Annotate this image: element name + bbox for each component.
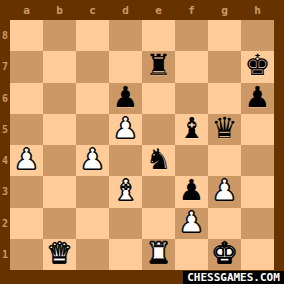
piece-white-pawn: ♟ [212, 176, 238, 205]
square-c2 [76, 208, 109, 239]
square-c7 [76, 51, 109, 82]
rank-label-6: 6 [0, 83, 10, 114]
square-f2: ♟ [175, 208, 208, 239]
file-label-h: h [241, 0, 274, 20]
file-label-e: e [142, 0, 175, 20]
square-h6: ♟ [241, 83, 274, 114]
file-label-c: c [76, 0, 109, 20]
square-b2 [43, 208, 76, 239]
rank-label-5: 5 [0, 114, 10, 145]
square-e7: ♜ [142, 51, 175, 82]
square-e2 [142, 208, 175, 239]
square-d6: ♟ [109, 83, 142, 114]
square-d1 [109, 239, 142, 270]
square-c6 [76, 83, 109, 114]
square-b5 [43, 114, 76, 145]
file-label-d: d [109, 0, 142, 20]
rank-labels: 87654321 [0, 20, 10, 270]
piece-black-pawn: ♟ [245, 83, 271, 112]
file-label-b: b [43, 0, 76, 20]
square-f7 [175, 51, 208, 82]
piece-white-bishop: ♝ [113, 176, 139, 205]
square-d2 [109, 208, 142, 239]
square-d4 [109, 145, 142, 176]
square-h2 [241, 208, 274, 239]
square-e1: ♜ [142, 239, 175, 270]
square-c1 [76, 239, 109, 270]
square-c5 [76, 114, 109, 145]
square-f5: ♝ [175, 114, 208, 145]
square-f6 [175, 83, 208, 114]
square-a7 [10, 51, 43, 82]
square-c4: ♟ [76, 145, 109, 176]
square-a6 [10, 83, 43, 114]
chessgames-watermark: CHESSGAMES.COM [183, 271, 284, 284]
board: ♜♚♟♟♟♝♛♟♟♞♝♟♟♟♛♜♚ [10, 20, 274, 270]
square-a2 [10, 208, 43, 239]
rank-label-4: 4 [0, 145, 10, 176]
rank-label-1: 1 [0, 239, 10, 270]
square-f3: ♟ [175, 176, 208, 207]
square-c3 [76, 176, 109, 207]
rank-label-8: 8 [0, 20, 10, 51]
file-label-a: a [10, 0, 43, 20]
square-g4 [208, 145, 241, 176]
square-d3: ♝ [109, 176, 142, 207]
piece-white-king: ♚ [212, 239, 238, 268]
square-d5: ♟ [109, 114, 142, 145]
square-e6 [142, 83, 175, 114]
square-e5 [142, 114, 175, 145]
square-g8 [208, 20, 241, 51]
file-label-f: f [175, 0, 208, 20]
rank-label-3: 3 [0, 176, 10, 207]
square-h1 [241, 239, 274, 270]
square-h4 [241, 145, 274, 176]
piece-black-pawn: ♟ [179, 176, 205, 205]
piece-white-pawn: ♟ [14, 145, 40, 174]
piece-white-pawn: ♟ [179, 208, 205, 237]
piece-black-queen: ♛ [212, 114, 238, 143]
piece-black-knight: ♞ [146, 145, 172, 174]
square-a1 [10, 239, 43, 270]
square-a8 [10, 20, 43, 51]
square-g6 [208, 83, 241, 114]
square-h5 [241, 114, 274, 145]
square-a3 [10, 176, 43, 207]
square-g5: ♛ [208, 114, 241, 145]
square-h3 [241, 176, 274, 207]
square-h7: ♚ [241, 51, 274, 82]
square-g1: ♚ [208, 239, 241, 270]
square-g7 [208, 51, 241, 82]
piece-white-pawn: ♟ [80, 145, 106, 174]
square-c8 [76, 20, 109, 51]
piece-white-queen: ♛ [47, 239, 73, 268]
square-f1 [175, 239, 208, 270]
square-g3: ♟ [208, 176, 241, 207]
square-b8 [43, 20, 76, 51]
square-e8 [142, 20, 175, 51]
piece-black-bishop: ♝ [179, 114, 205, 143]
square-b6 [43, 83, 76, 114]
square-g2 [208, 208, 241, 239]
square-h8 [241, 20, 274, 51]
piece-black-pawn: ♟ [113, 83, 139, 112]
piece-white-pawn: ♟ [113, 114, 139, 143]
piece-white-rook: ♜ [146, 239, 172, 268]
square-e3 [142, 176, 175, 207]
square-a4: ♟ [10, 145, 43, 176]
square-b1: ♛ [43, 239, 76, 270]
file-labels: abcdefgh [10, 0, 274, 20]
rank-label-2: 2 [0, 208, 10, 239]
chess-diagram: abcdefgh 87654321 ♜♚♟♟♟♝♛♟♟♞♝♟♟♟♛♜♚ CHES… [0, 0, 284, 284]
square-f4 [175, 145, 208, 176]
square-b7 [43, 51, 76, 82]
square-b4 [43, 145, 76, 176]
piece-black-king: ♚ [245, 51, 271, 80]
square-d8 [109, 20, 142, 51]
square-d7 [109, 51, 142, 82]
square-f8 [175, 20, 208, 51]
rank-label-7: 7 [0, 51, 10, 82]
piece-black-rook: ♜ [146, 51, 172, 80]
square-a5 [10, 114, 43, 145]
square-e4: ♞ [142, 145, 175, 176]
square-b3 [43, 176, 76, 207]
file-label-g: g [208, 0, 241, 20]
